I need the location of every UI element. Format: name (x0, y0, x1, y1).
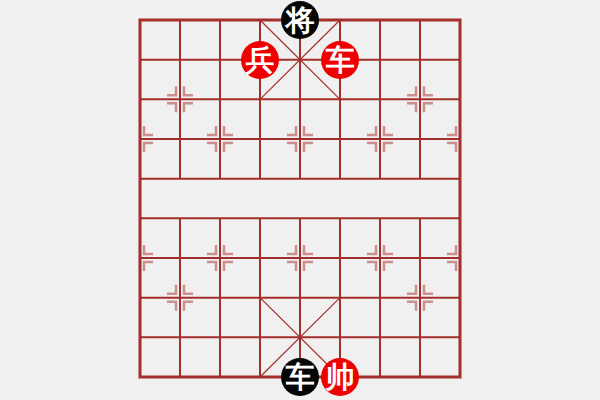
black-chariot-piece[interactable]: 车 (281, 358, 319, 396)
app-background: 将兵车车帅 (0, 0, 600, 400)
pieces-layer: 将兵车车帅 (0, 0, 600, 400)
red-chariot-piece[interactable]: 车 (321, 41, 359, 79)
xiangqi-board[interactable]: 将兵车车帅 (0, 0, 600, 400)
red-soldier-piece[interactable]: 兵 (241, 41, 279, 79)
black-general-piece[interactable]: 将 (281, 1, 319, 39)
red-general-piece[interactable]: 帅 (321, 358, 359, 396)
